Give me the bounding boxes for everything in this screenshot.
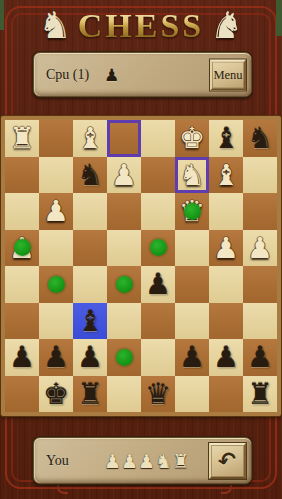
square-c1[interactable]: ♚ — [175, 120, 209, 157]
square-d2[interactable] — [141, 157, 175, 194]
captured-white-knight: ♞ — [155, 450, 172, 472]
black-rook: ♜ — [247, 377, 273, 411]
legal-move-dot — [150, 239, 167, 256]
captured-white-pawn: ♟ — [121, 450, 138, 472]
square-b5[interactable] — [209, 266, 243, 303]
square-g5[interactable] — [39, 266, 73, 303]
square-f6[interactable]: ♝ — [73, 303, 107, 340]
legal-move-dot — [14, 239, 31, 256]
chess-app-screen: ♞ CHESS ♞ Cpu (1) ♟ Menu ♜♝♚♝♞♞♟♞♝♟♛♟♟♟♟… — [0, 0, 282, 499]
square-g2[interactable] — [39, 157, 73, 194]
white-bishop: ♝ — [213, 158, 239, 192]
white-pawn: ♟ — [247, 231, 273, 265]
square-e4[interactable] — [107, 230, 141, 267]
square-h1[interactable]: ♜ — [5, 120, 39, 157]
square-a6[interactable] — [243, 303, 277, 340]
square-f5[interactable] — [73, 266, 107, 303]
captured-black-pawn: ♟ — [104, 64, 119, 86]
square-g4[interactable] — [39, 230, 73, 267]
square-g1[interactable] — [39, 120, 73, 157]
square-c5[interactable] — [175, 266, 209, 303]
square-e6[interactable] — [107, 303, 141, 340]
square-b6[interactable] — [209, 303, 243, 340]
square-d5[interactable]: ♟ — [141, 266, 175, 303]
square-b8[interactable] — [209, 376, 243, 413]
black-pawn: ♟ — [145, 267, 171, 301]
you-player-label: You — [34, 453, 90, 469]
captured-white-pawn: ♟ — [138, 450, 155, 472]
square-h3[interactable] — [5, 193, 39, 230]
white-rook: ♜ — [9, 121, 35, 155]
square-e7[interactable] — [107, 339, 141, 376]
square-f7[interactable]: ♟ — [73, 339, 107, 376]
square-a3[interactable] — [243, 193, 277, 230]
legal-move-dot — [184, 203, 201, 220]
square-h2[interactable] — [5, 157, 39, 194]
white-knight: ♞ — [179, 158, 205, 192]
square-d6[interactable] — [141, 303, 175, 340]
square-a1[interactable]: ♞ — [243, 120, 277, 157]
square-f4[interactable] — [73, 230, 107, 267]
square-g7[interactable]: ♟ — [39, 339, 73, 376]
knight-icon-right: ♞ — [210, 6, 243, 46]
square-b1[interactable]: ♝ — [209, 120, 243, 157]
square-b7[interactable]: ♟ — [209, 339, 243, 376]
you-captured-tray: ♟♟♟♞♜ — [104, 450, 189, 472]
square-b4[interactable]: ♟ — [209, 230, 243, 267]
square-e2[interactable]: ♟ — [107, 157, 141, 194]
square-g6[interactable] — [39, 303, 73, 340]
menu-button[interactable]: Menu — [210, 59, 246, 90]
header: ♞ CHESS ♞ — [0, 1, 282, 51]
square-b2[interactable]: ♝ — [209, 157, 243, 194]
white-king: ♚ — [179, 121, 205, 155]
square-b3[interactable] — [209, 193, 243, 230]
knight-icon-left: ♞ — [39, 6, 72, 46]
black-king: ♚ — [43, 377, 69, 411]
black-bishop: ♝ — [213, 121, 239, 155]
square-d1[interactable] — [141, 120, 175, 157]
square-h5[interactable] — [5, 266, 39, 303]
square-c3[interactable]: ♛ — [175, 193, 209, 230]
captured-white-rook: ♜ — [172, 450, 189, 472]
black-pawn: ♟ — [9, 340, 35, 374]
white-bishop: ♝ — [77, 121, 103, 155]
white-pawn: ♟ — [213, 231, 239, 265]
square-h7[interactable]: ♟ — [5, 339, 39, 376]
cpu-player-bar: Cpu (1) ♟ Menu — [33, 52, 252, 97]
black-pawn: ♟ — [213, 340, 239, 374]
square-d8[interactable]: ♛ — [141, 376, 175, 413]
square-f1[interactable]: ♝ — [73, 120, 107, 157]
legal-move-dot — [116, 276, 133, 293]
you-player-bar: You ♟♟♟♞♜ ↶ — [33, 437, 252, 484]
square-a5[interactable] — [243, 266, 277, 303]
cpu-captured-tray: ♟ — [104, 64, 119, 86]
captured-white-pawn: ♟ — [104, 450, 121, 472]
undo-icon: ↶ — [216, 448, 239, 473]
black-pawn: ♟ — [43, 340, 69, 374]
square-a8[interactable]: ♜ — [243, 376, 277, 413]
square-c7[interactable]: ♟ — [175, 339, 209, 376]
square-c2[interactable]: ♞ — [175, 157, 209, 194]
square-g8[interactable]: ♚ — [39, 376, 73, 413]
square-a4[interactable]: ♟ — [243, 230, 277, 267]
square-a7[interactable]: ♟ — [243, 339, 277, 376]
legal-move-dot — [48, 276, 65, 293]
black-pawn: ♟ — [179, 340, 205, 374]
square-e1[interactable] — [107, 120, 141, 157]
black-bishop: ♝ — [77, 304, 103, 338]
legal-move-dot — [116, 349, 133, 366]
cpu-player-label: Cpu (1) — [34, 67, 90, 83]
square-d3[interactable] — [141, 193, 175, 230]
white-pawn: ♟ — [43, 194, 69, 228]
square-f8[interactable]: ♜ — [73, 376, 107, 413]
square-h4[interactable]: ♟ — [5, 230, 39, 267]
square-a2[interactable] — [243, 157, 277, 194]
chess-board: ♜♝♚♝♞♞♟♞♝♟♛♟♟♟♟♝♟♟♟♟♟♟♚♜♛♜ — [1, 116, 281, 416]
black-pawn: ♟ — [247, 340, 273, 374]
square-f3[interactable] — [73, 193, 107, 230]
square-e3[interactable] — [107, 193, 141, 230]
square-c6[interactable] — [175, 303, 209, 340]
square-g3[interactable]: ♟ — [39, 193, 73, 230]
black-pawn: ♟ — [77, 340, 103, 374]
square-h8[interactable] — [5, 376, 39, 413]
white-pawn: ♟ — [111, 158, 137, 192]
square-c4[interactable] — [175, 230, 209, 267]
black-queen: ♛ — [145, 377, 171, 411]
square-f2[interactable]: ♞ — [73, 157, 107, 194]
square-c8[interactable] — [175, 376, 209, 413]
app-title: CHESS — [78, 7, 205, 45]
square-e8[interactable] — [107, 376, 141, 413]
black-rook: ♜ — [77, 377, 103, 411]
undo-button[interactable]: ↶ — [209, 443, 246, 479]
black-knight: ♞ — [247, 121, 273, 155]
square-d7[interactable] — [141, 339, 175, 376]
square-h6[interactable] — [5, 303, 39, 340]
square-e5[interactable] — [107, 266, 141, 303]
black-knight: ♞ — [77, 158, 103, 192]
square-d4[interactable] — [141, 230, 175, 267]
